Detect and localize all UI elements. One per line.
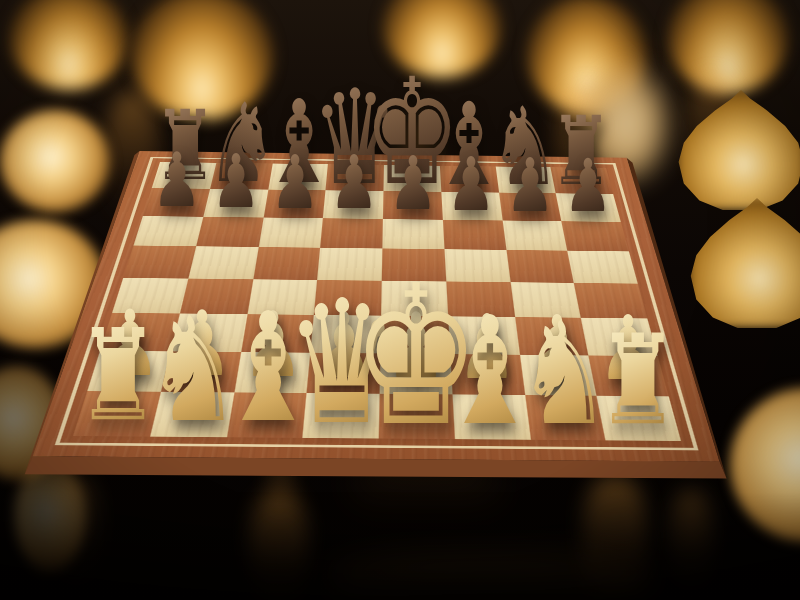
square-e2 xyxy=(380,353,453,395)
table-reflection xyxy=(670,490,712,592)
square-e6 xyxy=(382,219,444,250)
square-a6 xyxy=(133,216,203,247)
lamp-reflection xyxy=(688,76,736,198)
square-e4 xyxy=(381,281,448,316)
square-d3 xyxy=(311,315,381,353)
square-c2 xyxy=(234,352,311,394)
square-b3 xyxy=(171,313,247,351)
brass-bell-lamp xyxy=(688,198,800,328)
square-c6 xyxy=(258,217,323,248)
square-d5 xyxy=(317,248,382,281)
table-reflection xyxy=(250,492,308,600)
square-c3 xyxy=(241,314,314,352)
square-a4 xyxy=(112,278,188,313)
table-reflection xyxy=(268,462,294,526)
candle-glow xyxy=(0,110,110,212)
photo-chess-scene: ♜♞♝♛♚♝♞♜♟♟♟♟♟♟♟♟♟♟♟♟♟♟♟♟♜♞♝♛♚♝♞♜ xyxy=(0,0,800,600)
square-f7 xyxy=(441,192,502,221)
square-a1 xyxy=(73,391,161,436)
square-h5 xyxy=(568,251,638,284)
square-g8 xyxy=(495,167,556,194)
square-h8 xyxy=(551,167,613,194)
square-c1 xyxy=(226,393,306,438)
square-g6 xyxy=(502,220,567,251)
board-squares-grid xyxy=(73,162,681,441)
square-b2 xyxy=(161,351,241,393)
square-a8 xyxy=(152,162,216,189)
square-f5 xyxy=(444,249,510,282)
square-d8 xyxy=(326,164,384,191)
square-d4 xyxy=(314,280,382,315)
square-f6 xyxy=(443,219,506,250)
square-h7 xyxy=(556,193,621,222)
candle-lamp-glow xyxy=(668,0,788,94)
square-e5 xyxy=(382,249,446,282)
square-e7 xyxy=(383,191,443,220)
candle-lamp-glow xyxy=(131,0,273,120)
candle-lamp-glow xyxy=(10,0,128,90)
square-f3 xyxy=(448,316,519,354)
square-f4 xyxy=(446,281,515,316)
candle-lamp-glow xyxy=(383,0,501,78)
square-g2 xyxy=(519,354,596,395)
square-g5 xyxy=(506,250,574,283)
square-b1 xyxy=(150,392,234,437)
square-b5 xyxy=(188,246,258,279)
square-g3 xyxy=(515,317,589,355)
square-h4 xyxy=(574,283,647,318)
square-a7 xyxy=(143,188,210,217)
table-reflection xyxy=(52,476,100,590)
square-d2 xyxy=(307,352,381,394)
square-a3 xyxy=(100,313,179,351)
square-h6 xyxy=(562,221,629,252)
square-e3 xyxy=(380,315,450,353)
brass-bell-lamp xyxy=(676,90,800,210)
table-reflection xyxy=(328,554,652,600)
table-reflection xyxy=(583,476,647,600)
square-f1 xyxy=(452,395,530,440)
square-g4 xyxy=(510,282,581,317)
table-reflection xyxy=(350,455,502,527)
square-b4 xyxy=(180,279,253,314)
square-d7 xyxy=(323,190,383,219)
brass-bell-lamp xyxy=(730,388,800,542)
chess-board xyxy=(33,151,720,462)
square-b7 xyxy=(203,189,268,218)
square-f8 xyxy=(440,166,499,193)
candle-lamp-glow xyxy=(527,0,647,114)
square-c4 xyxy=(247,279,317,314)
square-e8 xyxy=(383,165,441,192)
square-h3 xyxy=(581,318,658,356)
square-e1 xyxy=(379,394,455,439)
square-c8 xyxy=(268,164,328,191)
square-b6 xyxy=(196,217,263,248)
square-h2 xyxy=(589,355,669,396)
square-h1 xyxy=(597,396,681,441)
square-c5 xyxy=(253,247,321,280)
square-g1 xyxy=(525,395,606,440)
square-c7 xyxy=(263,189,326,218)
square-b8 xyxy=(210,163,272,190)
square-d1 xyxy=(303,393,380,438)
square-f2 xyxy=(450,354,525,395)
square-a2 xyxy=(87,350,170,392)
square-g7 xyxy=(499,192,562,221)
square-a5 xyxy=(123,246,196,279)
square-d6 xyxy=(320,218,383,249)
candle-glow xyxy=(14,460,86,572)
